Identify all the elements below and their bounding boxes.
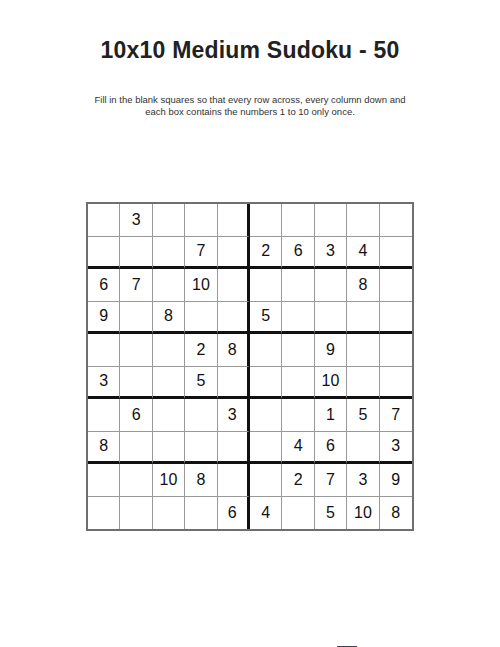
cell-r2c6: 2 (250, 237, 282, 270)
cell-r10c4[interactable] (185, 497, 217, 530)
cell-r2c8: 3 (315, 237, 347, 270)
cell-r6c2[interactable] (120, 367, 152, 400)
cell-r4c3: 8 (153, 302, 185, 335)
page-title: 10x10 Medium Sudoku - 50 (0, 37, 500, 64)
cell-r2c10[interactable] (380, 237, 412, 270)
cell-r1c6[interactable] (250, 204, 282, 237)
cell-r3c7[interactable] (282, 269, 314, 302)
cell-r7c9: 5 (347, 399, 379, 432)
cell-r9c6[interactable] (250, 464, 282, 497)
cell-r3c3[interactable] (153, 269, 185, 302)
printable-sudoku-page: 10x10 Medium Sudoku - 50 Fill in the bla… (0, 37, 500, 647)
cell-r2c7: 6 (282, 237, 314, 270)
cell-r9c10: 9 (380, 464, 412, 497)
cell-r7c4[interactable] (185, 399, 217, 432)
cell-r10c9: 10 (347, 497, 379, 530)
cell-r8c7: 4 (282, 432, 314, 465)
cell-r7c3[interactable] (153, 399, 185, 432)
cell-r3c5[interactable] (218, 269, 250, 302)
cell-r3c2: 7 (120, 269, 152, 302)
cell-r5c7[interactable] (282, 334, 314, 367)
cell-r5c5: 8 (218, 334, 250, 367)
cell-r7c8: 1 (315, 399, 347, 432)
cell-r6c3[interactable] (153, 367, 185, 400)
cell-r8c5[interactable] (218, 432, 250, 465)
cell-r6c6[interactable] (250, 367, 282, 400)
cell-r8c3[interactable] (153, 432, 185, 465)
cell-r5c10[interactable] (380, 334, 412, 367)
cell-r2c5[interactable] (218, 237, 250, 270)
cell-r10c8: 5 (315, 497, 347, 530)
cell-r7c10: 7 (380, 399, 412, 432)
cell-r10c1[interactable] (88, 497, 120, 530)
cell-r7c6[interactable] (250, 399, 282, 432)
cell-r3c10[interactable] (380, 269, 412, 302)
cell-r8c2[interactable] (120, 432, 152, 465)
cell-r5c2[interactable] (120, 334, 152, 367)
cell-r3c9: 8 (347, 269, 379, 302)
cell-r6c8: 10 (315, 367, 347, 400)
cell-r2c3[interactable] (153, 237, 185, 270)
cell-r6c7[interactable] (282, 367, 314, 400)
cell-r6c1: 3 (88, 367, 120, 400)
cell-r2c4: 7 (185, 237, 217, 270)
cell-r1c5[interactable] (218, 204, 250, 237)
cell-r5c1[interactable] (88, 334, 120, 367)
cell-r10c3[interactable] (153, 497, 185, 530)
cell-r10c6: 4 (250, 497, 282, 530)
cell-r3c4: 10 (185, 269, 217, 302)
cell-r4c6: 5 (250, 302, 282, 335)
cell-r9c2[interactable] (120, 464, 152, 497)
cell-r9c5[interactable] (218, 464, 250, 497)
cell-r5c4: 2 (185, 334, 217, 367)
cell-r9c7: 2 (282, 464, 314, 497)
cell-r1c3[interactable] (153, 204, 185, 237)
cell-r8c8: 6 (315, 432, 347, 465)
cell-r10c5: 6 (218, 497, 250, 530)
cell-r7c2: 6 (120, 399, 152, 432)
instructions: Fill in the blank squares so that every … (0, 94, 500, 118)
cell-r10c7[interactable] (282, 497, 314, 530)
cell-r6c9[interactable] (347, 367, 379, 400)
cell-r1c8[interactable] (315, 204, 347, 237)
cell-r5c8: 9 (315, 334, 347, 367)
cell-r3c1: 6 (88, 269, 120, 302)
cell-r1c7[interactable] (282, 204, 314, 237)
sudoku-grid: 3726346710898528935106315784631082739645… (86, 202, 414, 531)
instructions-line-1: Fill in the blank squares so that every … (0, 94, 500, 106)
cell-r6c4: 5 (185, 367, 217, 400)
cell-r9c4: 8 (185, 464, 217, 497)
cell-r6c10[interactable] (380, 367, 412, 400)
cell-r4c4[interactable] (185, 302, 217, 335)
cell-r5c9[interactable] (347, 334, 379, 367)
cell-r1c10[interactable] (380, 204, 412, 237)
cell-r4c5[interactable] (218, 302, 250, 335)
cell-r6c5[interactable] (218, 367, 250, 400)
cell-r2c9: 4 (347, 237, 379, 270)
cell-r2c1[interactable] (88, 237, 120, 270)
cell-r8c6[interactable] (250, 432, 282, 465)
grid-container: 3726346710898528935106315784631082739645… (0, 202, 500, 531)
cell-r4c2[interactable] (120, 302, 152, 335)
cell-r5c6[interactable] (250, 334, 282, 367)
cell-r4c1: 9 (88, 302, 120, 335)
cell-r4c8[interactable] (315, 302, 347, 335)
cell-r7c5: 3 (218, 399, 250, 432)
cell-r9c8: 7 (315, 464, 347, 497)
cell-r4c10[interactable] (380, 302, 412, 335)
cell-r9c1[interactable] (88, 464, 120, 497)
cell-r7c1[interactable] (88, 399, 120, 432)
cell-r1c4[interactable] (185, 204, 217, 237)
cell-r10c10: 8 (380, 497, 412, 530)
cell-r1c1[interactable] (88, 204, 120, 237)
cell-r2c2[interactable] (120, 237, 152, 270)
cell-r9c9: 3 (347, 464, 379, 497)
cell-r8c1: 8 (88, 432, 120, 465)
cell-r4c7[interactable] (282, 302, 314, 335)
cell-r8c9[interactable] (347, 432, 379, 465)
cell-r8c4[interactable] (185, 432, 217, 465)
cell-r3c6[interactable] (250, 269, 282, 302)
cell-r3c8[interactable] (315, 269, 347, 302)
instructions-line-2: each box contains the numbers 1 to 10 on… (0, 106, 500, 118)
cell-r1c2: 3 (120, 204, 152, 237)
cell-r1c9[interactable] (347, 204, 379, 237)
cell-r5c3[interactable] (153, 334, 185, 367)
cell-r10c2[interactable] (120, 497, 152, 530)
cell-r9c3: 10 (153, 464, 185, 497)
cell-r7c7[interactable] (282, 399, 314, 432)
cell-r4c9[interactable] (347, 302, 379, 335)
cell-r8c10: 3 (380, 432, 412, 465)
